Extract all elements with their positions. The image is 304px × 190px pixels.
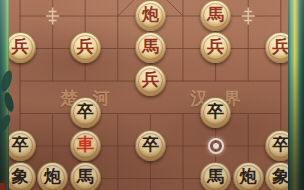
piece-glyph: 兵 [142,71,159,88]
piece-glyph: 象 [272,168,289,185]
piece-glyph: 兵 [12,38,29,55]
piece-black-soldier[interactable]: 卒 [200,97,231,128]
piece-red-cannon[interactable]: 炮 [135,0,166,31]
piece-black-soldier[interactable]: 卒 [135,130,166,161]
piece-glyph: 卒 [77,103,94,120]
piece-red-soldier[interactable]: 兵 [135,65,166,96]
piece-black-horse[interactable]: 馬 [70,162,101,190]
piece-black-soldier[interactable]: 卒 [5,130,36,161]
piece-glyph: 馬 [207,6,224,23]
piece-black-elephant[interactable]: 象 [5,162,36,190]
piece-black-soldier[interactable]: 卒 [70,97,101,128]
piece-glyph: 馬 [207,168,224,185]
piece-black-cannon[interactable]: 炮 [37,162,68,190]
piece-glyph: 象 [12,168,29,185]
right-edge-decoration [288,0,304,190]
piece-glyph: 車 [77,136,94,153]
piece-glyph: 卒 [142,136,159,153]
piece-red-horse[interactable]: 馬 [135,32,166,63]
piece-glyph: 兵 [77,38,94,55]
piece-glyph: 炮 [44,168,61,185]
piece-glyph: 卒 [272,136,289,153]
piece-black-horse[interactable]: 馬 [200,162,231,190]
piece-glyph: 馬 [142,38,159,55]
xiangqi-board[interactable]: 楚 河 汉 界 炮馬兵兵馬兵兵兵卒卒卒車卒卒象炮馬馬炮象 [0,0,304,190]
piece-red-soldier[interactable]: 兵 [70,32,101,63]
piece-red-soldier[interactable]: 兵 [200,32,231,63]
piece-glyph: 兵 [207,38,224,55]
move-target-ring[interactable] [208,138,224,154]
piece-red-chariot[interactable]: 車 [70,130,101,161]
piece-glyph: 炮 [142,6,159,23]
piece-glyph: 馬 [77,168,94,185]
edge-accent [0,183,5,190]
piece-glyph: 炮 [240,168,257,185]
piece-glyph: 卒 [207,103,224,120]
piece-black-cannon[interactable]: 炮 [233,162,264,190]
piece-glyph: 兵 [272,38,289,55]
piece-glyph: 卒 [12,136,29,153]
piece-red-horse[interactable]: 馬 [200,0,231,31]
piece-red-soldier[interactable]: 兵 [5,32,36,63]
